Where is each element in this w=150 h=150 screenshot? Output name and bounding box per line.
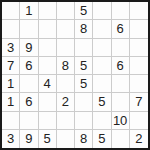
cell-r5c1-given[interactable]: 1: [2, 75, 20, 93]
cell-r7c7-given[interactable]: 10: [112, 112, 130, 130]
cell-r1c8-empty[interactable]: [130, 2, 148, 20]
cell-r7c4-empty[interactable]: [57, 112, 75, 130]
cell-r8c7-empty[interactable]: [112, 130, 130, 148]
cell-r7c8-empty[interactable]: [130, 112, 148, 130]
cell-r1c5-given[interactable]: 5: [75, 2, 93, 20]
cell-r1c7-empty[interactable]: [112, 2, 130, 20]
cell-r3c1-given[interactable]: 3: [2, 39, 20, 57]
cell-r6c3-empty[interactable]: [39, 93, 57, 111]
cell-r4c3-empty[interactable]: [39, 57, 57, 75]
cell-r6c6-given[interactable]: 5: [93, 93, 111, 111]
cell-r7c3-empty[interactable]: [39, 112, 57, 130]
cell-r8c3-given[interactable]: 5: [39, 130, 57, 148]
cell-r3c5-empty[interactable]: [75, 39, 93, 57]
cell-r8c5-given[interactable]: 8: [75, 130, 93, 148]
cell-r1c1-empty[interactable]: [2, 2, 20, 20]
cell-r3c6-empty[interactable]: [93, 39, 111, 57]
cell-r4c1-given[interactable]: 7: [2, 57, 20, 75]
cell-r1c2-given[interactable]: 1: [20, 2, 38, 20]
cell-r4c8-empty[interactable]: [130, 57, 148, 75]
cell-r4c4-given[interactable]: 8: [57, 57, 75, 75]
cell-r2c1-empty[interactable]: [2, 20, 20, 38]
cell-r3c3-empty[interactable]: [39, 39, 57, 57]
cell-r4c2-given[interactable]: 6: [20, 57, 38, 75]
cell-r3c7-empty[interactable]: [112, 39, 130, 57]
cell-r4c6-empty[interactable]: [93, 57, 111, 75]
cell-r8c4-empty[interactable]: [57, 130, 75, 148]
cell-r7c2-empty[interactable]: [20, 112, 38, 130]
cell-r5c4-empty[interactable]: [57, 75, 75, 93]
cell-r1c3-empty[interactable]: [39, 2, 57, 20]
cell-r5c6-empty[interactable]: [93, 75, 111, 93]
cell-r6c2-given[interactable]: 6: [20, 93, 38, 111]
cell-r4c5-given[interactable]: 5: [75, 57, 93, 75]
cell-r8c2-given[interactable]: 9: [20, 130, 38, 148]
cell-r1c6-empty[interactable]: [93, 2, 111, 20]
cell-r5c5-given[interactable]: 5: [75, 75, 93, 93]
cell-r6c7-empty[interactable]: [112, 93, 130, 111]
cell-r1c4-empty[interactable]: [57, 2, 75, 20]
cell-r8c8-given[interactable]: 2: [130, 130, 148, 148]
cell-r6c4-given[interactable]: 2: [57, 93, 75, 111]
cell-r8c1-given[interactable]: 3: [2, 130, 20, 148]
cell-r4c7-given[interactable]: 6: [112, 57, 130, 75]
cell-r2c6-empty[interactable]: [93, 20, 111, 38]
cell-r6c5-empty[interactable]: [75, 93, 93, 111]
cell-r7c5-empty[interactable]: [75, 112, 93, 130]
cell-r5c3-given[interactable]: 4: [39, 75, 57, 93]
cell-r6c1-given[interactable]: 1: [2, 93, 20, 111]
cell-r2c7-given[interactable]: 6: [112, 20, 130, 38]
cell-r2c5-given[interactable]: 8: [75, 20, 93, 38]
cell-r5c8-empty[interactable]: [130, 75, 148, 93]
cell-r7c6-empty[interactable]: [93, 112, 111, 130]
cell-r2c2-empty[interactable]: [20, 20, 38, 38]
cell-r3c2-given[interactable]: 9: [20, 39, 38, 57]
cell-r2c3-empty[interactable]: [39, 20, 57, 38]
cell-r2c4-empty[interactable]: [57, 20, 75, 38]
cell-r5c7-empty[interactable]: [112, 75, 130, 93]
cell-r3c4-empty[interactable]: [57, 39, 75, 57]
cell-r7c1-empty[interactable]: [2, 112, 20, 130]
cell-r6c8-given[interactable]: 7: [130, 93, 148, 111]
cell-r2c8-empty[interactable]: [130, 20, 148, 38]
cell-r5c2-empty[interactable]: [20, 75, 38, 93]
cell-r3c8-empty[interactable]: [130, 39, 148, 57]
puzzle-board: 158639768561451625710395852: [0, 0, 150, 150]
cell-r8c6-given[interactable]: 5: [93, 130, 111, 148]
